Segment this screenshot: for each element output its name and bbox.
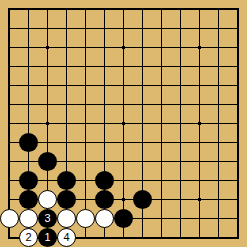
intersection-K6[interactable] bbox=[171, 133, 190, 152]
intersection-M7[interactable] bbox=[209, 114, 228, 133]
intersection-B6[interactable] bbox=[19, 133, 38, 152]
intersection-H4[interactable] bbox=[133, 171, 152, 190]
intersection-A12[interactable] bbox=[0, 19, 19, 38]
intersection-G3[interactable] bbox=[114, 190, 133, 209]
intersection-B1[interactable]: 2 bbox=[19, 228, 38, 247]
intersection-F4[interactable] bbox=[95, 171, 114, 190]
intersection-F13[interactable] bbox=[95, 0, 114, 19]
intersection-K13[interactable] bbox=[171, 0, 190, 19]
intersection-J2[interactable] bbox=[152, 209, 171, 228]
intersection-A8[interactable] bbox=[0, 95, 19, 114]
intersection-A9[interactable] bbox=[0, 76, 19, 95]
intersection-C12[interactable] bbox=[38, 19, 57, 38]
intersection-L3[interactable] bbox=[190, 190, 209, 209]
intersection-G6[interactable] bbox=[114, 133, 133, 152]
intersection-E4[interactable] bbox=[76, 171, 95, 190]
intersection-D6[interactable] bbox=[57, 133, 76, 152]
intersection-N7[interactable] bbox=[228, 114, 247, 133]
intersection-G7[interactable] bbox=[114, 114, 133, 133]
intersection-N4[interactable] bbox=[228, 171, 247, 190]
white-stone-move-4[interactable]: 4 bbox=[57, 228, 76, 247]
intersection-E2[interactable] bbox=[76, 209, 95, 228]
intersection-H11[interactable] bbox=[133, 38, 152, 57]
intersection-A13[interactable] bbox=[0, 0, 19, 19]
intersection-E11[interactable] bbox=[76, 38, 95, 57]
intersection-L2[interactable] bbox=[190, 209, 209, 228]
intersection-C3[interactable] bbox=[38, 190, 57, 209]
intersection-L13[interactable] bbox=[190, 0, 209, 19]
intersection-E10[interactable] bbox=[76, 57, 95, 76]
intersection-E6[interactable] bbox=[76, 133, 95, 152]
intersection-B8[interactable] bbox=[19, 95, 38, 114]
intersection-G12[interactable] bbox=[114, 19, 133, 38]
intersection-N8[interactable] bbox=[228, 95, 247, 114]
black-stone[interactable] bbox=[95, 190, 114, 209]
intersection-J6[interactable] bbox=[152, 133, 171, 152]
intersection-K4[interactable] bbox=[171, 171, 190, 190]
intersection-A2[interactable] bbox=[0, 209, 19, 228]
intersection-D7[interactable] bbox=[57, 114, 76, 133]
intersection-B3[interactable] bbox=[19, 190, 38, 209]
intersection-F1[interactable] bbox=[95, 228, 114, 247]
intersection-L5[interactable] bbox=[190, 152, 209, 171]
intersection-L1[interactable] bbox=[190, 228, 209, 247]
intersection-M3[interactable] bbox=[209, 190, 228, 209]
intersection-H8[interactable] bbox=[133, 95, 152, 114]
intersection-G1[interactable] bbox=[114, 228, 133, 247]
black-stone[interactable] bbox=[57, 190, 76, 209]
intersection-L7[interactable] bbox=[190, 114, 209, 133]
star-point bbox=[46, 122, 49, 125]
intersection-H5[interactable] bbox=[133, 152, 152, 171]
intersection-D5[interactable] bbox=[57, 152, 76, 171]
intersection-K12[interactable] bbox=[171, 19, 190, 38]
intersection-K10[interactable] bbox=[171, 57, 190, 76]
intersection-E8[interactable] bbox=[76, 95, 95, 114]
intersection-E1[interactable] bbox=[76, 228, 95, 247]
intersection-A1[interactable] bbox=[0, 228, 19, 247]
intersection-M9[interactable] bbox=[209, 76, 228, 95]
intersection-L10[interactable] bbox=[190, 57, 209, 76]
intersection-J12[interactable] bbox=[152, 19, 171, 38]
black-stone[interactable] bbox=[19, 171, 38, 190]
intersection-G2[interactable] bbox=[114, 209, 133, 228]
intersection-C1[interactable]: 1 bbox=[38, 228, 57, 247]
black-stone[interactable] bbox=[57, 171, 76, 190]
star-point bbox=[122, 46, 125, 49]
intersection-C5[interactable] bbox=[38, 152, 57, 171]
intersection-E7[interactable] bbox=[76, 114, 95, 133]
intersection-A3[interactable] bbox=[0, 190, 19, 209]
intersection-J10[interactable] bbox=[152, 57, 171, 76]
white-stone[interactable] bbox=[19, 209, 38, 228]
white-stone[interactable] bbox=[0, 209, 19, 228]
black-stone[interactable] bbox=[133, 190, 152, 209]
intersection-N13[interactable] bbox=[228, 0, 247, 19]
intersection-J13[interactable] bbox=[152, 0, 171, 19]
intersection-K3[interactable] bbox=[171, 190, 190, 209]
intersection-A6[interactable] bbox=[0, 133, 19, 152]
star-point bbox=[46, 46, 49, 49]
intersection-B4[interactable] bbox=[19, 171, 38, 190]
black-stone[interactable] bbox=[114, 209, 133, 228]
intersection-A7[interactable] bbox=[0, 114, 19, 133]
intersection-M10[interactable] bbox=[209, 57, 228, 76]
intersection-L9[interactable] bbox=[190, 76, 209, 95]
intersection-B2[interactable] bbox=[19, 209, 38, 228]
black-stone[interactable] bbox=[38, 152, 57, 171]
intersection-M13[interactable] bbox=[209, 0, 228, 19]
intersection-N6[interactable] bbox=[228, 133, 247, 152]
intersection-J1[interactable] bbox=[152, 228, 171, 247]
intersection-M5[interactable] bbox=[209, 152, 228, 171]
go-board: 3214 bbox=[0, 0, 247, 247]
intersection-M4[interactable] bbox=[209, 171, 228, 190]
intersection-M12[interactable] bbox=[209, 19, 228, 38]
intersection-E5[interactable] bbox=[76, 152, 95, 171]
intersection-F3[interactable] bbox=[95, 190, 114, 209]
intersection-L11[interactable] bbox=[190, 38, 209, 57]
intersection-F6[interactable] bbox=[95, 133, 114, 152]
intersection-M1[interactable] bbox=[209, 228, 228, 247]
intersection-F8[interactable] bbox=[95, 95, 114, 114]
intersection-M6[interactable] bbox=[209, 133, 228, 152]
intersection-K8[interactable] bbox=[171, 95, 190, 114]
intersection-J9[interactable] bbox=[152, 76, 171, 95]
intersection-D10[interactable] bbox=[57, 57, 76, 76]
star-point bbox=[198, 198, 201, 201]
intersection-D9[interactable] bbox=[57, 76, 76, 95]
intersection-C7[interactable] bbox=[38, 114, 57, 133]
intersection-M11[interactable] bbox=[209, 38, 228, 57]
intersection-J4[interactable] bbox=[152, 171, 171, 190]
intersection-C10[interactable] bbox=[38, 57, 57, 76]
intersection-L4[interactable] bbox=[190, 171, 209, 190]
intersection-N2[interactable] bbox=[228, 209, 247, 228]
move-number-label: 2 bbox=[25, 232, 31, 243]
intersection-F2[interactable] bbox=[95, 209, 114, 228]
intersection-L8[interactable] bbox=[190, 95, 209, 114]
intersection-G9[interactable] bbox=[114, 76, 133, 95]
black-stone-move-3[interactable]: 3 bbox=[38, 209, 57, 228]
intersection-E13[interactable] bbox=[76, 0, 95, 19]
intersection-H10[interactable] bbox=[133, 57, 152, 76]
black-stone[interactable] bbox=[19, 133, 38, 152]
intersection-E3[interactable] bbox=[76, 190, 95, 209]
star-point bbox=[198, 46, 201, 49]
intersection-M2[interactable] bbox=[209, 209, 228, 228]
star-point bbox=[122, 122, 125, 125]
intersection-K1[interactable] bbox=[171, 228, 190, 247]
intersection-G10[interactable] bbox=[114, 57, 133, 76]
intersection-H3[interactable] bbox=[133, 190, 152, 209]
intersection-N12[interactable] bbox=[228, 19, 247, 38]
black-stone-move-1[interactable]: 1 bbox=[38, 228, 57, 247]
intersection-G13[interactable] bbox=[114, 0, 133, 19]
intersection-K9[interactable] bbox=[171, 76, 190, 95]
intersection-C9[interactable] bbox=[38, 76, 57, 95]
intersection-G11[interactable] bbox=[114, 38, 133, 57]
intersection-L6[interactable] bbox=[190, 133, 209, 152]
white-stone[interactable] bbox=[76, 209, 95, 228]
intersection-D4[interactable] bbox=[57, 171, 76, 190]
intersection-F7[interactable] bbox=[95, 114, 114, 133]
intersection-J7[interactable] bbox=[152, 114, 171, 133]
intersection-B10[interactable] bbox=[19, 57, 38, 76]
white-stone[interactable] bbox=[57, 209, 76, 228]
intersection-F11[interactable] bbox=[95, 38, 114, 57]
intersection-C8[interactable] bbox=[38, 95, 57, 114]
intersection-N9[interactable] bbox=[228, 76, 247, 95]
intersection-F12[interactable] bbox=[95, 19, 114, 38]
intersection-M8[interactable] bbox=[209, 95, 228, 114]
move-number-label: 1 bbox=[44, 232, 50, 243]
intersection-H7[interactable] bbox=[133, 114, 152, 133]
star-point bbox=[198, 122, 201, 125]
intersection-C2[interactable]: 3 bbox=[38, 209, 57, 228]
intersection-D8[interactable] bbox=[57, 95, 76, 114]
intersection-G5[interactable] bbox=[114, 152, 133, 171]
intersection-N3[interactable] bbox=[228, 190, 247, 209]
intersection-H1[interactable] bbox=[133, 228, 152, 247]
intersection-D11[interactable] bbox=[57, 38, 76, 57]
intersection-E12[interactable] bbox=[76, 19, 95, 38]
white-stone[interactable] bbox=[95, 209, 114, 228]
intersection-A4[interactable] bbox=[0, 171, 19, 190]
intersection-B7[interactable] bbox=[19, 114, 38, 133]
intersection-J3[interactable] bbox=[152, 190, 171, 209]
intersection-L12[interactable] bbox=[190, 19, 209, 38]
intersection-D12[interactable] bbox=[57, 19, 76, 38]
intersection-G8[interactable] bbox=[114, 95, 133, 114]
intersection-J8[interactable] bbox=[152, 95, 171, 114]
intersection-H12[interactable] bbox=[133, 19, 152, 38]
white-stone-move-2[interactable]: 2 bbox=[19, 228, 38, 247]
intersection-N11[interactable] bbox=[228, 38, 247, 57]
intersection-N1[interactable] bbox=[228, 228, 247, 247]
intersection-B5[interactable] bbox=[19, 152, 38, 171]
intersection-K11[interactable] bbox=[171, 38, 190, 57]
intersection-K5[interactable] bbox=[171, 152, 190, 171]
intersection-H2[interactable] bbox=[133, 209, 152, 228]
intersection-A10[interactable] bbox=[0, 57, 19, 76]
intersection-H13[interactable] bbox=[133, 0, 152, 19]
intersection-N5[interactable] bbox=[228, 152, 247, 171]
black-stone[interactable] bbox=[95, 171, 114, 190]
move-number-label: 3 bbox=[44, 213, 50, 224]
intersection-B12[interactable] bbox=[19, 19, 38, 38]
intersection-F9[interactable] bbox=[95, 76, 114, 95]
intersection-B9[interactable] bbox=[19, 76, 38, 95]
intersection-F5[interactable] bbox=[95, 152, 114, 171]
intersection-C4[interactable] bbox=[38, 171, 57, 190]
intersection-E9[interactable] bbox=[76, 76, 95, 95]
intersection-A5[interactable] bbox=[0, 152, 19, 171]
intersection-A11[interactable] bbox=[0, 38, 19, 57]
intersection-D2[interactable] bbox=[57, 209, 76, 228]
intersection-H9[interactable] bbox=[133, 76, 152, 95]
intersection-C11[interactable] bbox=[38, 38, 57, 57]
black-stone[interactable] bbox=[19, 190, 38, 209]
move-number-label: 4 bbox=[63, 232, 69, 243]
intersection-D3[interactable] bbox=[57, 190, 76, 209]
intersection-C6[interactable] bbox=[38, 133, 57, 152]
intersection-K2[interactable] bbox=[171, 209, 190, 228]
intersection-B11[interactable] bbox=[19, 38, 38, 57]
intersection-H6[interactable] bbox=[133, 133, 152, 152]
intersection-G4[interactable] bbox=[114, 171, 133, 190]
intersection-F10[interactable] bbox=[95, 57, 114, 76]
intersection-J11[interactable] bbox=[152, 38, 171, 57]
intersection-D13[interactable] bbox=[57, 0, 76, 19]
intersection-K7[interactable] bbox=[171, 114, 190, 133]
intersection-B13[interactable] bbox=[19, 0, 38, 19]
intersection-J5[interactable] bbox=[152, 152, 171, 171]
star-point bbox=[122, 198, 125, 201]
intersection-D1[interactable]: 4 bbox=[57, 228, 76, 247]
intersection-N10[interactable] bbox=[228, 57, 247, 76]
white-stone[interactable] bbox=[38, 190, 57, 209]
intersection-C13[interactable] bbox=[38, 0, 57, 19]
